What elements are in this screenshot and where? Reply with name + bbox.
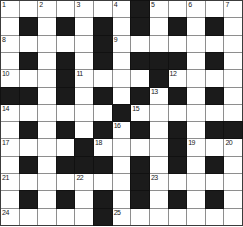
clue-number: 21 [2,174,9,182]
grid-cell[interactable] [187,174,205,190]
clue-number: 3 [76,1,79,9]
block-cell [169,122,187,138]
block-cell [206,122,224,138]
clue-number: 22 [76,174,83,182]
block-cell [131,191,149,207]
block-cell [57,88,75,104]
grid-cell[interactable] [169,1,187,17]
grid-cell[interactable] [187,157,205,173]
block-cell [131,122,149,138]
clue-number: 16 [114,122,121,130]
grid-cell[interactable] [38,53,56,69]
block-cell [20,122,38,138]
grid-cell[interactable] [1,191,19,207]
crossword-board: 1234567891011121314151617181920212223242… [0,0,243,226]
block-cell [57,53,75,69]
grid-cell[interactable] [187,105,205,121]
block-cell [169,88,187,104]
block-cell [206,53,224,69]
grid-cell[interactable] [20,70,38,86]
block-cell [20,191,38,207]
grid-cell[interactable] [187,70,205,86]
grid-cell[interactable]: 22 [75,174,93,190]
grid-cell[interactable]: 3 [75,1,93,17]
grid-cell[interactable] [38,122,56,138]
block-cell [94,122,112,138]
clue-number: 5 [151,1,154,9]
grid-cell[interactable] [113,70,131,86]
clue-number: 9 [114,36,117,44]
grid-cell[interactable]: 14 [1,105,19,121]
grid-cell[interactable] [1,18,19,34]
grid-cell[interactable] [187,36,205,52]
grid-cell[interactable] [150,157,168,173]
grid-cell[interactable] [224,209,242,225]
grid-cell[interactable] [224,53,242,69]
block-cell [94,53,112,69]
grid-cell[interactable] [206,1,224,17]
block-cell [206,88,224,104]
grid-cell[interactable]: 12 [169,70,187,86]
grid-cell[interactable] [187,88,205,104]
grid-cell[interactable] [1,157,19,173]
grid-cell[interactable] [187,209,205,225]
grid-cell[interactable] [38,174,56,190]
grid-cell[interactable] [131,209,149,225]
grid-cell[interactable]: 4 [113,1,131,17]
grid-cell[interactable]: 2 [38,1,56,17]
block-cell [57,191,75,207]
block-cell [131,88,149,104]
grid-cell[interactable] [113,157,131,173]
grid-cell[interactable]: 24 [1,209,19,225]
grid-cell[interactable] [224,70,242,86]
grid-cell[interactable] [38,18,56,34]
grid-cell[interactable] [131,70,149,86]
grid-cell[interactable] [187,122,205,138]
block-cell [57,70,75,86]
clue-number: 24 [2,209,9,217]
crossword-grid: 1234567891011121314151617181920212223242… [1,1,242,225]
grid-cell[interactable] [57,36,75,52]
grid-cell[interactable] [206,139,224,155]
block-cell [57,18,75,34]
grid-cell[interactable] [38,36,56,52]
block-cell [150,70,168,86]
grid-cell[interactable] [1,122,19,138]
block-cell [169,139,187,155]
grid-cell[interactable] [206,209,224,225]
block-cell [206,191,224,207]
grid-cell[interactable] [20,139,38,155]
grid-cell[interactable] [150,18,168,34]
grid-cell[interactable] [131,36,149,52]
block-cell [131,53,149,69]
block-cell [75,157,93,173]
block-cell [57,122,75,138]
grid-cell[interactable] [94,174,112,190]
grid-cell[interactable]: 23 [150,174,168,190]
grid-cell[interactable] [38,191,56,207]
grid-cell[interactable]: 8 [1,36,19,52]
grid-cell[interactable] [187,53,205,69]
clue-number: 1 [2,1,5,9]
block-cell [20,88,38,104]
grid-cell[interactable]: 19 [187,139,205,155]
grid-cell[interactable] [169,105,187,121]
grid-cell[interactable] [75,122,93,138]
grid-cell[interactable] [75,105,93,121]
grid-cell[interactable] [150,139,168,155]
block-cell [169,191,187,207]
grid-cell[interactable] [187,18,205,34]
grid-cell[interactable] [38,88,56,104]
grid-cell[interactable] [169,174,187,190]
block-cell [94,209,112,225]
grid-cell[interactable] [94,70,112,86]
clue-number: 2 [39,1,42,9]
grid-cell[interactable] [169,36,187,52]
grid-cell[interactable] [20,36,38,52]
grid-cell[interactable] [150,122,168,138]
clue-number: 13 [151,88,158,96]
clue-number: 11 [76,70,82,78]
grid-cell[interactable] [113,174,131,190]
grid-cell[interactable] [75,36,93,52]
grid-cell[interactable] [57,1,75,17]
grid-cell[interactable] [113,191,131,207]
grid-cell[interactable] [38,105,56,121]
grid-cell[interactable]: 21 [1,174,19,190]
grid-cell[interactable] [113,88,131,104]
grid-cell[interactable] [57,139,75,155]
block-cell [94,88,112,104]
clue-number: 15 [132,105,139,113]
clue-number: 20 [225,139,232,147]
block-cell [131,18,149,34]
grid-cell[interactable]: 11 [75,70,93,86]
grid-cell[interactable]: 13 [150,88,168,104]
grid-cell[interactable]: 7 [224,1,242,17]
grid-cell[interactable] [38,70,56,86]
grid-cell[interactable] [75,53,93,69]
grid-cell[interactable] [224,88,242,104]
grid-cell[interactable] [38,157,56,173]
clue-number: 18 [95,139,102,147]
clue-number: 12 [170,70,177,78]
grid-cell[interactable]: 5 [150,1,168,17]
grid-cell[interactable] [206,70,224,86]
grid-cell[interactable] [57,174,75,190]
grid-cell[interactable] [113,53,131,69]
grid-cell[interactable]: 18 [94,139,112,155]
block-cell [224,122,242,138]
grid-cell[interactable] [131,139,149,155]
block-cell [169,157,187,173]
block-cell [131,1,149,17]
grid-cell[interactable] [57,105,75,121]
grid-cell[interactable]: 17 [1,139,19,155]
block-cell [206,157,224,173]
block-cell [20,53,38,69]
block-cell [20,18,38,34]
block-cell [94,36,112,52]
clue-number: 6 [188,1,191,9]
grid-cell[interactable] [38,139,56,155]
clue-number: 7 [225,1,228,9]
grid-cell[interactable] [75,209,93,225]
grid-cell[interactable] [57,209,75,225]
grid-cell[interactable]: 9 [113,36,131,52]
clue-number: 8 [2,36,5,44]
grid-cell[interactable] [75,18,93,34]
clue-number: 4 [114,1,117,9]
grid-cell[interactable] [169,209,187,225]
grid-cell[interactable] [20,209,38,225]
clue-number: 19 [188,139,195,147]
grid-cell[interactable] [20,1,38,17]
grid-cell[interactable] [224,174,242,190]
grid-cell[interactable]: 25 [113,209,131,225]
block-cell [94,157,112,173]
grid-cell[interactable] [206,105,224,121]
grid-cell[interactable] [224,36,242,52]
clue-number: 23 [151,174,158,182]
grid-cell[interactable] [150,36,168,52]
block-cell [150,53,168,69]
grid-cell[interactable]: 1 [1,1,19,17]
grid-cell[interactable] [75,191,93,207]
block-cell [169,18,187,34]
grid-cell[interactable] [150,191,168,207]
grid-cell[interactable] [224,105,242,121]
block-cell [94,191,112,207]
block-cell [20,157,38,173]
block-cell [131,157,149,173]
grid-cell[interactable] [94,105,112,121]
clue-number: 10 [2,70,9,78]
block-cell [57,157,75,173]
block-cell [75,139,93,155]
grid-cell[interactable] [187,191,205,207]
grid-cell[interactable] [1,53,19,69]
grid-cell[interactable]: 15 [131,105,149,121]
clue-number: 17 [2,139,9,147]
grid-cell[interactable] [224,18,242,34]
grid-cell[interactable] [94,1,112,17]
grid-cell[interactable]: 6 [187,1,205,17]
grid-cell[interactable] [206,36,224,52]
block-cell [94,18,112,34]
block-cell [1,88,19,104]
grid-cell[interactable]: 20 [224,139,242,155]
grid-cell[interactable] [224,191,242,207]
grid-cell[interactable] [206,174,224,190]
block-cell [169,53,187,69]
grid-cell[interactable] [113,18,131,34]
grid-cell[interactable] [20,174,38,190]
grid-cell[interactable] [75,88,93,104]
grid-cell[interactable] [224,157,242,173]
block-cell [206,18,224,34]
grid-cell[interactable] [20,105,38,121]
grid-cell[interactable] [38,209,56,225]
grid-cell[interactable] [113,139,131,155]
grid-cell[interactable] [150,105,168,121]
clue-number: 14 [2,105,9,113]
grid-cell[interactable]: 10 [1,70,19,86]
grid-cell[interactable]: 16 [113,122,131,138]
block-cell [113,105,131,121]
block-cell [131,174,149,190]
clue-number: 25 [114,209,121,217]
grid-cell[interactable] [150,209,168,225]
